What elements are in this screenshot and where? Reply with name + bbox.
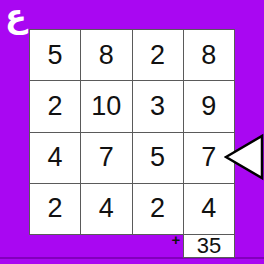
number-grid: 5 8 2 8 2 10 3 9 4 7 5 7 2 4 2 4: [29, 29, 235, 235]
cell-r2c2[interactable]: 10: [81, 81, 131, 131]
cell-r1c1[interactable]: 5: [30, 30, 80, 80]
cell-r3c3[interactable]: 5: [133, 133, 183, 183]
puzzle-stage: ع 5 8 2 8 2 10 3 9 4 7 5 7 2 4 2 4 + 35: [0, 0, 264, 264]
cell-r3c1[interactable]: 4: [30, 133, 80, 183]
cell-r2c4[interactable]: 9: [184, 81, 234, 131]
cell-r3c2[interactable]: 7: [81, 133, 131, 183]
row3-arrow-left-icon: [224, 133, 264, 181]
cell-r2c1[interactable]: 2: [30, 81, 80, 131]
cell-r1c4[interactable]: 8: [184, 30, 234, 80]
cell-r4c1[interactable]: 2: [30, 184, 80, 234]
cell-r4c3[interactable]: 2: [133, 184, 183, 234]
cell-r4c4[interactable]: 4: [184, 184, 234, 234]
corner-ain-glyph: ع: [5, 0, 27, 32]
cell-r4c2[interactable]: 4: [81, 184, 131, 234]
cell-r2c3[interactable]: 3: [133, 81, 183, 131]
cell-r1c2[interactable]: 8: [81, 30, 131, 80]
sum-target-cell: 35: [183, 234, 235, 258]
sum-target-value: 35: [197, 233, 221, 259]
cell-r1c3[interactable]: 2: [133, 30, 183, 80]
